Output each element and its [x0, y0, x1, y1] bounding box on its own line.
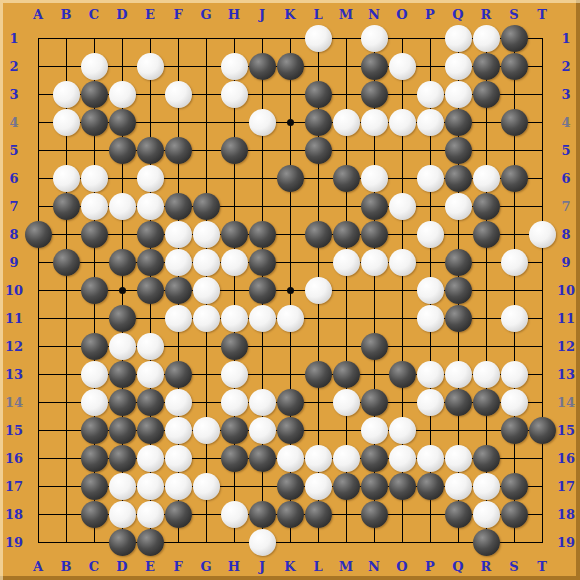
stone-black-F10 [165, 277, 192, 304]
go-board: AABBCCDDEEFFGGHHJJKKLLMMNNOOPPQQRRSSTT11… [0, 0, 580, 580]
row-label-right-5: 5 [561, 144, 570, 157]
stone-black-K6 [277, 165, 304, 192]
stone-black-D13 [109, 361, 136, 388]
row-label-left-7: 7 [9, 200, 18, 213]
stone-black-L8 [305, 221, 332, 248]
column-label-bottom-J: J [259, 560, 265, 573]
stone-white-D7 [109, 193, 136, 220]
stone-black-C15 [81, 417, 108, 444]
row-label-right-14: 14 [557, 396, 575, 409]
stone-white-J11 [249, 305, 276, 332]
stone-white-O16 [389, 445, 416, 472]
stone-white-N6 [361, 165, 388, 192]
column-label-bottom-L: L [313, 560, 322, 573]
stone-black-K15 [277, 417, 304, 444]
row-label-left-13: 13 [5, 368, 23, 381]
stone-white-N4 [361, 109, 388, 136]
stone-black-M13 [333, 361, 360, 388]
stone-white-E16 [137, 445, 164, 472]
row-label-left-10: 10 [5, 284, 23, 297]
stone-black-R8 [473, 221, 500, 248]
stone-black-N17 [361, 473, 388, 500]
stone-white-H14 [221, 389, 248, 416]
column-label-bottom-T: T [537, 560, 547, 573]
stone-black-F7 [165, 193, 192, 220]
stone-black-B7 [53, 193, 80, 220]
stone-white-E7 [137, 193, 164, 220]
stone-white-E18 [137, 501, 164, 528]
column-label-top-B: B [61, 8, 72, 21]
stone-white-C13 [81, 361, 108, 388]
stone-white-S13 [501, 361, 528, 388]
stone-white-C14 [81, 389, 108, 416]
stone-black-M8 [333, 221, 360, 248]
column-label-bottom-K: K [284, 560, 295, 573]
stone-white-S11 [501, 305, 528, 332]
stone-white-J14 [249, 389, 276, 416]
stone-white-J19 [249, 529, 276, 556]
stone-black-Q10 [445, 277, 472, 304]
stone-black-D14 [109, 389, 136, 416]
row-label-right-1: 1 [561, 32, 570, 45]
stone-black-N18 [361, 501, 388, 528]
stone-black-P17 [417, 473, 444, 500]
stone-white-Q17 [445, 473, 472, 500]
row-label-right-13: 13 [557, 368, 575, 381]
row-label-left-17: 17 [5, 480, 23, 493]
stone-black-L3 [305, 81, 332, 108]
stone-white-Q2 [445, 53, 472, 80]
stone-white-K16 [277, 445, 304, 472]
stone-white-B3 [53, 81, 80, 108]
stone-white-N1 [361, 25, 388, 52]
stone-black-Q4 [445, 109, 472, 136]
stone-white-O4 [389, 109, 416, 136]
row-label-left-5: 5 [9, 144, 18, 157]
row-label-left-15: 15 [5, 424, 23, 437]
stone-white-F11 [165, 305, 192, 332]
column-label-top-M: M [339, 8, 353, 21]
stone-black-R2 [473, 53, 500, 80]
column-label-bottom-N: N [368, 560, 380, 573]
column-label-bottom-P: P [425, 560, 435, 573]
column-label-top-P: P [425, 8, 435, 21]
stone-black-E9 [137, 249, 164, 276]
row-label-left-9: 9 [9, 256, 18, 269]
stone-black-O17 [389, 473, 416, 500]
stone-white-Q3 [445, 81, 472, 108]
stone-white-L17 [305, 473, 332, 500]
stone-white-E2 [137, 53, 164, 80]
stone-black-E5 [137, 137, 164, 164]
stone-black-H12 [221, 333, 248, 360]
stone-white-P3 [417, 81, 444, 108]
column-label-top-S: S [509, 8, 518, 21]
stone-white-R13 [473, 361, 500, 388]
stone-white-R17 [473, 473, 500, 500]
stone-white-B4 [53, 109, 80, 136]
stone-white-M4 [333, 109, 360, 136]
stone-black-H16 [221, 445, 248, 472]
star-point-D10 [119, 287, 126, 294]
column-label-bottom-H: H [228, 560, 240, 573]
stone-black-J18 [249, 501, 276, 528]
column-label-bottom-Q: Q [452, 560, 463, 573]
stone-black-A8 [25, 221, 52, 248]
stone-white-P11 [417, 305, 444, 332]
stone-white-G8 [193, 221, 220, 248]
stone-black-F5 [165, 137, 192, 164]
row-label-right-17: 17 [557, 480, 575, 493]
column-label-top-J: J [259, 8, 265, 21]
stone-black-J16 [249, 445, 276, 472]
stone-black-S18 [501, 501, 528, 528]
stone-black-R19 [473, 529, 500, 556]
stone-black-S15 [501, 417, 528, 444]
column-label-top-H: H [228, 8, 240, 21]
stone-black-N2 [361, 53, 388, 80]
stone-black-S1 [501, 25, 528, 52]
stone-white-R18 [473, 501, 500, 528]
stone-white-Q1 [445, 25, 472, 52]
stone-black-L4 [305, 109, 332, 136]
row-label-left-19: 19 [5, 536, 23, 549]
stone-black-N8 [361, 221, 388, 248]
stone-white-D17 [109, 473, 136, 500]
column-label-top-L: L [313, 8, 322, 21]
stone-black-K14 [277, 389, 304, 416]
stone-white-O2 [389, 53, 416, 80]
column-label-bottom-S: S [509, 560, 518, 573]
stone-white-H9 [221, 249, 248, 276]
stone-white-Q7 [445, 193, 472, 220]
stone-white-L10 [305, 277, 332, 304]
stone-white-F14 [165, 389, 192, 416]
column-label-top-Q: Q [452, 8, 463, 21]
stone-black-J2 [249, 53, 276, 80]
row-label-right-2: 2 [561, 60, 570, 73]
stone-black-J9 [249, 249, 276, 276]
stone-black-S6 [501, 165, 528, 192]
stone-white-P14 [417, 389, 444, 416]
stone-black-O13 [389, 361, 416, 388]
stone-white-G15 [193, 417, 220, 444]
stone-black-D9 [109, 249, 136, 276]
row-label-right-15: 15 [557, 424, 575, 437]
stone-black-B9 [53, 249, 80, 276]
stone-black-K17 [277, 473, 304, 500]
stone-black-R16 [473, 445, 500, 472]
stone-white-C6 [81, 165, 108, 192]
stone-white-L1 [305, 25, 332, 52]
row-label-left-16: 16 [5, 452, 23, 465]
stone-black-S17 [501, 473, 528, 500]
column-label-bottom-O: O [396, 560, 407, 573]
stone-black-N12 [361, 333, 388, 360]
stone-white-F16 [165, 445, 192, 472]
stone-white-F9 [165, 249, 192, 276]
row-label-right-16: 16 [557, 452, 575, 465]
stone-white-D12 [109, 333, 136, 360]
stone-black-K2 [277, 53, 304, 80]
stone-black-E19 [137, 529, 164, 556]
stone-black-L18 [305, 501, 332, 528]
row-label-right-7: 7 [561, 200, 570, 213]
stone-black-D19 [109, 529, 136, 556]
row-label-left-1: 1 [9, 32, 18, 45]
stone-white-N15 [361, 417, 388, 444]
stone-white-Q16 [445, 445, 472, 472]
stone-black-D15 [109, 417, 136, 444]
stone-black-M17 [333, 473, 360, 500]
stone-black-R7 [473, 193, 500, 220]
stone-black-Q6 [445, 165, 472, 192]
stone-black-Q11 [445, 305, 472, 332]
row-label-right-11: 11 [557, 312, 575, 325]
stone-black-C17 [81, 473, 108, 500]
stone-white-F8 [165, 221, 192, 248]
stone-black-H5 [221, 137, 248, 164]
stone-black-E15 [137, 417, 164, 444]
stone-black-C18 [81, 501, 108, 528]
stone-white-M16 [333, 445, 360, 472]
stone-white-R6 [473, 165, 500, 192]
row-label-right-8: 8 [561, 228, 570, 241]
stone-black-H15 [221, 417, 248, 444]
column-label-top-G: G [200, 8, 211, 21]
stone-white-N9 [361, 249, 388, 276]
stone-white-B6 [53, 165, 80, 192]
stone-black-Q14 [445, 389, 472, 416]
stone-white-D18 [109, 501, 136, 528]
row-label-left-4: 4 [9, 116, 18, 129]
stone-white-G9 [193, 249, 220, 276]
stone-black-F13 [165, 361, 192, 388]
stone-black-N16 [361, 445, 388, 472]
row-label-left-11: 11 [5, 312, 23, 325]
stone-black-G7 [193, 193, 220, 220]
stone-white-P4 [417, 109, 444, 136]
column-label-bottom-M: M [339, 560, 353, 573]
row-label-right-12: 12 [557, 340, 575, 353]
stone-black-C16 [81, 445, 108, 472]
star-point-K10 [287, 287, 294, 294]
stone-black-R14 [473, 389, 500, 416]
row-label-right-19: 19 [557, 536, 575, 549]
row-label-left-8: 8 [9, 228, 18, 241]
stone-black-E10 [137, 277, 164, 304]
stone-white-C7 [81, 193, 108, 220]
stone-black-C3 [81, 81, 108, 108]
stone-black-J10 [249, 277, 276, 304]
stone-white-P13 [417, 361, 444, 388]
stone-black-H8 [221, 221, 248, 248]
column-label-bottom-F: F [173, 560, 182, 573]
row-label-left-2: 2 [9, 60, 18, 73]
stone-white-O7 [389, 193, 416, 220]
column-label-top-D: D [116, 8, 127, 21]
stone-white-F15 [165, 417, 192, 444]
stone-black-Q5 [445, 137, 472, 164]
stone-black-N3 [361, 81, 388, 108]
stone-black-E8 [137, 221, 164, 248]
stone-white-G10 [193, 277, 220, 304]
stone-white-T8 [529, 221, 556, 248]
stone-white-P8 [417, 221, 444, 248]
stone-black-S4 [501, 109, 528, 136]
stone-white-R1 [473, 25, 500, 52]
stone-white-H3 [221, 81, 248, 108]
column-label-bottom-B: B [61, 560, 72, 573]
stone-black-Q18 [445, 501, 472, 528]
stone-white-J15 [249, 417, 276, 444]
column-label-top-A: A [33, 8, 43, 21]
row-label-left-3: 3 [9, 88, 18, 101]
column-label-top-T: T [537, 8, 547, 21]
stone-white-L16 [305, 445, 332, 472]
stone-black-C10 [81, 277, 108, 304]
stone-white-M9 [333, 249, 360, 276]
stone-white-J4 [249, 109, 276, 136]
stone-white-O9 [389, 249, 416, 276]
column-label-bottom-G: G [200, 560, 211, 573]
column-label-bottom-E: E [145, 560, 155, 573]
stone-white-D3 [109, 81, 136, 108]
stone-white-G11 [193, 305, 220, 332]
stone-black-N14 [361, 389, 388, 416]
stone-white-P10 [417, 277, 444, 304]
row-label-right-10: 10 [557, 284, 575, 297]
stone-black-C8 [81, 221, 108, 248]
column-label-top-E: E [145, 8, 155, 21]
stone-white-G17 [193, 473, 220, 500]
stone-white-H18 [221, 501, 248, 528]
column-label-top-R: R [481, 8, 492, 21]
column-label-bottom-D: D [116, 560, 127, 573]
stone-black-D5 [109, 137, 136, 164]
stone-white-S14 [501, 389, 528, 416]
column-label-bottom-C: C [89, 560, 99, 573]
stone-white-H2 [221, 53, 248, 80]
stone-black-D4 [109, 109, 136, 136]
stone-black-R3 [473, 81, 500, 108]
stone-white-O15 [389, 417, 416, 444]
stone-black-N7 [361, 193, 388, 220]
stone-white-E17 [137, 473, 164, 500]
row-label-left-18: 18 [5, 508, 23, 521]
stone-black-Q9 [445, 249, 472, 276]
column-label-top-O: O [396, 8, 407, 21]
stone-white-E6 [137, 165, 164, 192]
stone-white-C2 [81, 53, 108, 80]
row-label-right-4: 4 [561, 116, 570, 129]
stone-white-H13 [221, 361, 248, 388]
column-label-top-C: C [89, 8, 99, 21]
stone-black-F18 [165, 501, 192, 528]
stone-black-C4 [81, 109, 108, 136]
row-label-left-12: 12 [5, 340, 23, 353]
stone-white-M14 [333, 389, 360, 416]
row-label-left-14: 14 [5, 396, 23, 409]
row-label-right-6: 6 [561, 172, 570, 185]
stone-white-Q13 [445, 361, 472, 388]
stone-black-S2 [501, 53, 528, 80]
row-label-right-9: 9 [561, 256, 570, 269]
stone-black-L5 [305, 137, 332, 164]
stone-black-D11 [109, 305, 136, 332]
stone-black-E14 [137, 389, 164, 416]
stone-white-F3 [165, 81, 192, 108]
column-label-top-N: N [368, 8, 380, 21]
stone-black-D16 [109, 445, 136, 472]
row-label-left-6: 6 [9, 172, 18, 185]
row-label-right-3: 3 [561, 88, 570, 101]
row-label-right-18: 18 [557, 508, 575, 521]
stone-black-L13 [305, 361, 332, 388]
star-point-K4 [287, 119, 294, 126]
stone-black-T15 [529, 417, 556, 444]
stone-white-H11 [221, 305, 248, 332]
stone-black-J8 [249, 221, 276, 248]
stone-black-M6 [333, 165, 360, 192]
stone-white-F17 [165, 473, 192, 500]
stone-white-P16 [417, 445, 444, 472]
column-label-top-F: F [173, 8, 182, 21]
stone-black-C12 [81, 333, 108, 360]
stone-white-K11 [277, 305, 304, 332]
column-label-bottom-A: A [33, 560, 43, 573]
stone-white-E12 [137, 333, 164, 360]
stone-white-E13 [137, 361, 164, 388]
stone-white-P6 [417, 165, 444, 192]
column-label-bottom-R: R [481, 560, 492, 573]
column-label-top-K: K [284, 8, 295, 21]
stone-white-S9 [501, 249, 528, 276]
stone-black-K18 [277, 501, 304, 528]
